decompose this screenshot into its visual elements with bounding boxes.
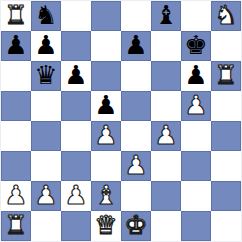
square-e2[interactable] xyxy=(121,181,151,211)
square-d8[interactable] xyxy=(91,1,121,31)
square-f4[interactable]: ♟ xyxy=(151,121,181,151)
white-queen-piece[interactable]: ♛ xyxy=(94,211,117,240)
square-g2[interactable] xyxy=(181,181,211,211)
square-g4[interactable] xyxy=(181,121,211,151)
square-c2[interactable]: ♟ xyxy=(61,181,91,211)
square-d6[interactable] xyxy=(91,61,121,91)
square-e7[interactable]: ♟ xyxy=(121,31,151,61)
white-king-piece[interactable]: ♚ xyxy=(124,211,147,240)
square-e5[interactable] xyxy=(121,91,151,121)
square-b1[interactable] xyxy=(31,211,61,241)
square-a4[interactable] xyxy=(1,121,31,151)
square-b6[interactable]: ♛ xyxy=(31,61,61,91)
square-g6[interactable]: ♟ xyxy=(181,61,211,91)
square-b8[interactable]: ♞ xyxy=(31,1,61,31)
square-d3[interactable] xyxy=(91,151,121,181)
white-pawn-piece[interactable]: ♟ xyxy=(94,121,117,150)
square-g5[interactable]: ♟ xyxy=(181,91,211,121)
square-g7[interactable]: ♚ xyxy=(181,31,211,61)
square-a8[interactable]: ♜ xyxy=(1,1,31,31)
square-b2[interactable]: ♟ xyxy=(31,181,61,211)
square-f5[interactable] xyxy=(151,91,181,121)
black-pawn-piece[interactable]: ♟ xyxy=(34,31,57,60)
square-f7[interactable] xyxy=(151,31,181,61)
black-pawn-piece[interactable]: ♟ xyxy=(124,31,147,60)
square-a1[interactable]: ♜ xyxy=(1,211,31,241)
white-rook-piece[interactable]: ♜ xyxy=(4,1,27,30)
square-e1[interactable]: ♚ xyxy=(121,211,151,241)
square-d4[interactable]: ♟ xyxy=(91,121,121,151)
square-h8[interactable]: ♞ xyxy=(211,1,241,31)
white-pawn-piece[interactable]: ♟ xyxy=(34,181,57,210)
square-b4[interactable] xyxy=(31,121,61,151)
white-bishop-piece[interactable]: ♝ xyxy=(94,181,117,210)
square-d2[interactable]: ♝ xyxy=(91,181,121,211)
square-f1[interactable] xyxy=(151,211,181,241)
black-bishop-piece[interactable]: ♝ xyxy=(154,1,177,30)
square-b7[interactable]: ♟ xyxy=(31,31,61,61)
square-h3[interactable] xyxy=(211,151,241,181)
square-d1[interactable]: ♛ xyxy=(91,211,121,241)
black-pawn-piece[interactable]: ♟ xyxy=(64,61,87,90)
black-knight-piece[interactable]: ♞ xyxy=(34,1,57,30)
square-d7[interactable] xyxy=(91,31,121,61)
square-c5[interactable] xyxy=(61,91,91,121)
white-knight-piece[interactable]: ♞ xyxy=(214,1,237,30)
square-e3[interactable]: ♟ xyxy=(121,151,151,181)
chess-board-frame: ♜♞♝♞♟♟♟♚♛♟♟♜♟♟♟♟♟♟♟♟♝♜♛♚ xyxy=(0,0,242,242)
black-pawn-piece[interactable]: ♟ xyxy=(94,91,117,120)
square-d5[interactable]: ♟ xyxy=(91,91,121,121)
square-e8[interactable] xyxy=(121,1,151,31)
black-queen-piece[interactable]: ♛ xyxy=(34,61,57,90)
square-c8[interactable] xyxy=(61,1,91,31)
chess-board: ♜♞♝♞♟♟♟♚♛♟♟♜♟♟♟♟♟♟♟♟♝♜♛♚ xyxy=(1,1,241,241)
square-a3[interactable] xyxy=(1,151,31,181)
square-b3[interactable] xyxy=(31,151,61,181)
white-rook-piece[interactable]: ♜ xyxy=(214,61,237,90)
black-pawn-piece[interactable]: ♟ xyxy=(4,31,27,60)
square-e6[interactable] xyxy=(121,61,151,91)
square-a7[interactable]: ♟ xyxy=(1,31,31,61)
square-a2[interactable]: ♟ xyxy=(1,181,31,211)
square-h2[interactable] xyxy=(211,181,241,211)
white-pawn-piece[interactable]: ♟ xyxy=(4,181,27,210)
square-f2[interactable] xyxy=(151,181,181,211)
white-pawn-piece[interactable]: ♟ xyxy=(124,151,147,180)
square-g8[interactable] xyxy=(181,1,211,31)
square-g1[interactable] xyxy=(181,211,211,241)
black-pawn-piece[interactable]: ♟ xyxy=(184,61,207,90)
black-king-piece[interactable]: ♚ xyxy=(184,31,207,60)
square-h7[interactable] xyxy=(211,31,241,61)
square-h6[interactable]: ♜ xyxy=(211,61,241,91)
white-rook-piece[interactable]: ♜ xyxy=(4,211,27,240)
square-f3[interactable] xyxy=(151,151,181,181)
square-c1[interactable] xyxy=(61,211,91,241)
square-g3[interactable] xyxy=(181,151,211,181)
square-f6[interactable] xyxy=(151,61,181,91)
square-h4[interactable] xyxy=(211,121,241,151)
square-c4[interactable] xyxy=(61,121,91,151)
white-pawn-piece[interactable]: ♟ xyxy=(64,181,87,210)
square-a6[interactable] xyxy=(1,61,31,91)
square-c3[interactable] xyxy=(61,151,91,181)
white-pawn-piece[interactable]: ♟ xyxy=(184,91,207,120)
square-a5[interactable] xyxy=(1,91,31,121)
square-c7[interactable] xyxy=(61,31,91,61)
square-c6[interactable]: ♟ xyxy=(61,61,91,91)
square-h5[interactable] xyxy=(211,91,241,121)
square-f8[interactable]: ♝ xyxy=(151,1,181,31)
square-h1[interactable] xyxy=(211,211,241,241)
white-pawn-piece[interactable]: ♟ xyxy=(154,121,177,150)
square-b5[interactable] xyxy=(31,91,61,121)
square-e4[interactable] xyxy=(121,121,151,151)
